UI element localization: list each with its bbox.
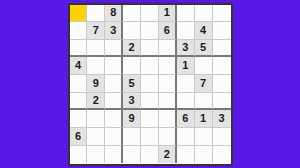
cell-r3c5[interactable] bbox=[141, 40, 159, 58]
cell-r8c1[interactable]: 6 bbox=[70, 128, 88, 146]
cell-r1c2[interactable] bbox=[87, 5, 105, 23]
cell-r7c3[interactable] bbox=[105, 110, 123, 128]
cell-r3c3[interactable] bbox=[105, 40, 123, 58]
cell-r5c2[interactable]: 9 bbox=[87, 75, 105, 93]
cell-r5c9[interactable] bbox=[213, 75, 231, 93]
cell-r3c7[interactable]: 3 bbox=[177, 40, 195, 58]
cell-r1c4[interactable] bbox=[123, 5, 141, 23]
cell-r9c6[interactable]: 2 bbox=[159, 146, 177, 164]
cell-r9c8[interactable] bbox=[195, 146, 213, 164]
cell-r3c6[interactable] bbox=[159, 40, 177, 58]
cell-r4c2[interactable] bbox=[87, 57, 105, 75]
cell-r4c7[interactable]: 1 bbox=[177, 57, 195, 75]
cell-r8c5[interactable] bbox=[141, 128, 159, 146]
cell-r6c7[interactable] bbox=[177, 93, 195, 111]
cell-r7c2[interactable] bbox=[87, 110, 105, 128]
cell-r7c9[interactable]: 3 bbox=[213, 110, 231, 128]
cell-r3c8[interactable]: 5 bbox=[195, 40, 213, 58]
cell-r9c3[interactable] bbox=[105, 146, 123, 164]
cell-r8c2[interactable] bbox=[87, 128, 105, 146]
cell-r9c5[interactable] bbox=[141, 146, 159, 164]
cell-r2c6[interactable]: 6 bbox=[159, 22, 177, 40]
cell-r1c6[interactable]: 1 bbox=[159, 5, 177, 23]
cell-r4c5[interactable] bbox=[141, 57, 159, 75]
cell-r1c3[interactable]: 8 bbox=[105, 5, 123, 23]
cell-r1c1[interactable] bbox=[70, 5, 88, 23]
cell-r7c6[interactable] bbox=[159, 110, 177, 128]
cell-r6c9[interactable] bbox=[213, 93, 231, 111]
cell-r6c5[interactable] bbox=[141, 93, 159, 111]
cell-r7c7[interactable]: 6 bbox=[177, 110, 195, 128]
cell-r1c8[interactable] bbox=[195, 5, 213, 23]
cell-r2c9[interactable] bbox=[213, 22, 231, 40]
cell-r7c4[interactable]: 9 bbox=[123, 110, 141, 128]
cell-r8c4[interactable] bbox=[123, 128, 141, 146]
cell-r8c8[interactable] bbox=[195, 128, 213, 146]
cell-r6c1[interactable] bbox=[70, 93, 88, 111]
cell-r8c3[interactable] bbox=[105, 128, 123, 146]
cell-r7c5[interactable] bbox=[141, 110, 159, 128]
cell-r2c7[interactable] bbox=[177, 22, 195, 40]
cell-r4c1[interactable]: 4 bbox=[70, 57, 88, 75]
cell-r5c1[interactable] bbox=[70, 75, 88, 93]
app-background: { "game": "sudoku", "position": "..8..1.… bbox=[0, 0, 300, 168]
cell-r5c3[interactable] bbox=[105, 75, 123, 93]
cell-r9c9[interactable] bbox=[213, 146, 231, 164]
cell-r3c4[interactable]: 2 bbox=[123, 40, 141, 58]
cell-r5c7[interactable] bbox=[177, 75, 195, 93]
cell-r6c3[interactable] bbox=[105, 93, 123, 111]
cell-r6c6[interactable] bbox=[159, 93, 177, 111]
cell-r9c1[interactable] bbox=[70, 146, 88, 164]
cell-r3c9[interactable] bbox=[213, 40, 231, 58]
cell-r1c9[interactable] bbox=[213, 5, 231, 23]
cell-r4c3[interactable] bbox=[105, 57, 123, 75]
cell-r4c6[interactable] bbox=[159, 57, 177, 75]
cell-r4c8[interactable] bbox=[195, 57, 213, 75]
cell-r2c3[interactable]: 3 bbox=[105, 22, 123, 40]
sudoku-board: 8173642354195723961362 bbox=[68, 3, 233, 166]
cell-r9c7[interactable] bbox=[177, 146, 195, 164]
cell-r4c9[interactable] bbox=[213, 57, 231, 75]
cell-r3c1[interactable] bbox=[70, 40, 88, 58]
cell-r9c4[interactable] bbox=[123, 146, 141, 164]
cell-r7c8[interactable]: 1 bbox=[195, 110, 213, 128]
cell-r2c8[interactable]: 4 bbox=[195, 22, 213, 40]
cell-r5c5[interactable] bbox=[141, 75, 159, 93]
cell-r3c2[interactable] bbox=[87, 40, 105, 58]
cell-r2c1[interactable] bbox=[70, 22, 88, 40]
cell-r8c6[interactable] bbox=[159, 128, 177, 146]
cell-r6c4[interactable]: 3 bbox=[123, 93, 141, 111]
cell-r8c9[interactable] bbox=[213, 128, 231, 146]
cell-r8c7[interactable] bbox=[177, 128, 195, 146]
cell-r4c4[interactable] bbox=[123, 57, 141, 75]
cell-r5c8[interactable]: 7 bbox=[195, 75, 213, 93]
cell-r6c2[interactable]: 2 bbox=[87, 93, 105, 111]
cell-r2c4[interactable] bbox=[123, 22, 141, 40]
cell-r9c2[interactable] bbox=[87, 146, 105, 164]
cell-r5c4[interactable]: 5 bbox=[123, 75, 141, 93]
cell-r7c1[interactable] bbox=[70, 110, 88, 128]
cell-r1c5[interactable] bbox=[141, 5, 159, 23]
cell-r1c7[interactable] bbox=[177, 5, 195, 23]
cell-r2c2[interactable]: 7 bbox=[87, 22, 105, 40]
cell-r6c8[interactable] bbox=[195, 93, 213, 111]
cell-r5c6[interactable] bbox=[159, 75, 177, 93]
cell-r2c5[interactable] bbox=[141, 22, 159, 40]
